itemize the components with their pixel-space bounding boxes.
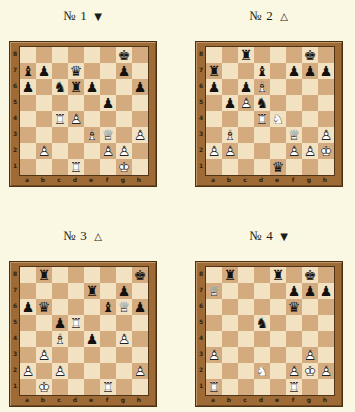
square-d1[interactable]: [254, 379, 270, 395]
square-b2[interactable]: ♙: [222, 143, 238, 159]
square-c3[interactable]: [238, 127, 254, 143]
square-g1[interactable]: [116, 379, 132, 395]
square-a6[interactable]: [206, 299, 222, 315]
square-c6[interactable]: ♟: [238, 79, 254, 95]
square-d8[interactable]: [68, 267, 84, 283]
square-g8[interactable]: ♚: [302, 47, 318, 63]
square-g4[interactable]: ♙: [116, 331, 132, 347]
square-h2[interactable]: ♔: [318, 143, 334, 159]
black-king: ♚: [132, 267, 148, 283]
square-e3[interactable]: [84, 347, 100, 363]
square-g2[interactable]: ♙: [302, 143, 318, 159]
square-d1[interactable]: [254, 159, 270, 175]
square-a3[interactable]: ♙: [206, 347, 222, 363]
rank-label: 7: [197, 282, 205, 298]
square-b8[interactable]: [222, 47, 238, 63]
square-c8[interactable]: ♜: [238, 47, 254, 63]
square-g3[interactable]: ♙: [302, 347, 318, 363]
square-e7[interactable]: ♜: [84, 283, 100, 299]
black-pawn: ♟: [302, 63, 318, 79]
square-c3[interactable]: [238, 347, 254, 363]
white-knight: ♘: [270, 111, 286, 127]
square-b5[interactable]: ♟: [222, 95, 238, 111]
square-d1[interactable]: [68, 379, 84, 395]
square-f1[interactable]: ♖: [100, 379, 116, 395]
square-a2[interactable]: [206, 363, 222, 379]
square-a4[interactable]: [20, 111, 36, 127]
square-c5[interactable]: ♟: [52, 315, 68, 331]
square-e2[interactable]: [270, 363, 286, 379]
rank-label: 2: [11, 362, 19, 378]
square-f6[interactable]: ♛: [286, 299, 302, 315]
square-f3[interactable]: ♕: [286, 127, 302, 143]
black-knight: ♞: [254, 95, 270, 111]
square-g6[interactable]: [302, 79, 318, 95]
square-b1[interactable]: [222, 159, 238, 175]
square-e3[interactable]: ♗: [84, 127, 100, 143]
square-b7[interactable]: [36, 283, 52, 299]
square-a1[interactable]: [206, 159, 222, 175]
square-a4[interactable]: [206, 331, 222, 347]
square-h1[interactable]: [132, 159, 148, 175]
square-b8[interactable]: ♜: [222, 267, 238, 283]
square-d3[interactable]: [254, 127, 270, 143]
square-d3[interactable]: [68, 347, 84, 363]
square-e5[interactable]: [84, 95, 100, 111]
square-g8[interactable]: ♚: [116, 47, 132, 63]
square-c8[interactable]: [238, 267, 254, 283]
square-c4[interactable]: ♗: [52, 331, 68, 347]
square-c1[interactable]: [52, 159, 68, 175]
square-f4[interactable]: [286, 111, 302, 127]
square-g1[interactable]: [302, 159, 318, 175]
square-f2[interactable]: ♙: [100, 143, 116, 159]
square-e4[interactable]: ♘: [270, 111, 286, 127]
square-f7[interactable]: ♟: [286, 283, 302, 299]
square-c5[interactable]: [52, 95, 68, 111]
board-squares: ♜♚♜♟♟♛♝♕♟♟♖♗♟♙♙♙♙♙♔♖: [19, 266, 149, 396]
square-b4[interactable]: [36, 331, 52, 347]
square-h8[interactable]: [132, 47, 148, 63]
square-d5[interactable]: ♖: [68, 315, 84, 331]
rank-label: 7: [197, 62, 205, 78]
rank-label: 5: [11, 94, 19, 110]
square-c4[interactable]: [238, 331, 254, 347]
square-e3[interactable]: [270, 347, 286, 363]
square-h5[interactable]: [318, 95, 334, 111]
square-d2[interactable]: [254, 143, 270, 159]
square-b6[interactable]: ♛: [36, 299, 52, 315]
square-f2[interactable]: [100, 363, 116, 379]
square-a2[interactable]: [20, 143, 36, 159]
square-g7[interactable]: ♟: [302, 283, 318, 299]
square-d7[interactable]: ♛: [68, 63, 84, 79]
square-f8[interactable]: [286, 267, 302, 283]
square-a5[interactable]: [206, 315, 222, 331]
square-f8[interactable]: [100, 267, 116, 283]
square-c8[interactable]: [52, 267, 68, 283]
square-e2[interactable]: [270, 143, 286, 159]
square-e1[interactable]: ♛: [270, 159, 286, 175]
square-d7[interactable]: [254, 283, 270, 299]
square-b6[interactable]: [222, 79, 238, 95]
white-pawn: ♙: [132, 363, 148, 379]
square-h6[interactable]: ♟: [132, 79, 148, 95]
black-pawn: ♟: [206, 79, 222, 95]
square-f3[interactable]: [286, 347, 302, 363]
diagram-4: № 4▼ 87654321abcdefgh♜♜♚♕♟♟♟♛♞♙♙♘♙♔♙♖♖: [195, 229, 343, 407]
square-c1[interactable]: [238, 159, 254, 175]
square-h5[interactable]: [132, 315, 148, 331]
square-f4[interactable]: [286, 331, 302, 347]
square-c2[interactable]: [238, 363, 254, 379]
black-king: ♚: [302, 47, 318, 63]
square-a6[interactable]: ♟: [20, 299, 36, 315]
square-f7[interactable]: ♟: [286, 63, 302, 79]
square-c5[interactable]: ♙: [238, 95, 254, 111]
square-h3[interactable]: [132, 347, 148, 363]
square-g1[interactable]: [302, 379, 318, 395]
square-d1[interactable]: ♖: [68, 159, 84, 175]
square-g8[interactable]: [116, 267, 132, 283]
square-a8[interactable]: [206, 47, 222, 63]
square-g5[interactable]: [116, 95, 132, 111]
square-c4[interactable]: [238, 111, 254, 127]
square-g5[interactable]: [302, 315, 318, 331]
square-c2[interactable]: [52, 143, 68, 159]
rank-label: 3: [11, 346, 19, 362]
square-e4[interactable]: [84, 111, 100, 127]
square-b5[interactable]: [222, 315, 238, 331]
board-squares: ♜♜♚♕♟♟♟♛♞♙♙♘♙♔♙♖♖: [205, 266, 335, 396]
square-f7[interactable]: [100, 283, 116, 299]
square-f2[interactable]: ♙: [286, 363, 302, 379]
square-e8[interactable]: [84, 47, 100, 63]
black-knight: ♞: [254, 315, 270, 331]
white-pawn: ♙: [52, 363, 68, 379]
square-c6[interactable]: [238, 299, 254, 315]
black-pawn: ♟: [116, 283, 132, 299]
square-e6[interactable]: ♟: [84, 79, 100, 95]
square-e2[interactable]: [84, 363, 100, 379]
square-h7[interactable]: ♟: [318, 283, 334, 299]
square-b3[interactable]: [222, 347, 238, 363]
square-h7[interactable]: [132, 63, 148, 79]
square-d7[interactable]: [68, 283, 84, 299]
square-f6[interactable]: [100, 79, 116, 95]
square-e3[interactable]: [270, 127, 286, 143]
square-e1[interactable]: [270, 379, 286, 395]
black-rook: ♜: [68, 79, 84, 95]
square-d8[interactable]: [68, 47, 84, 63]
square-a8[interactable]: [206, 267, 222, 283]
square-e8[interactable]: ♜: [270, 267, 286, 283]
square-d5[interactable]: ♞: [254, 95, 270, 111]
square-a5[interactable]: [20, 95, 36, 111]
square-h5[interactable]: [318, 315, 334, 331]
square-d4[interactable]: ♙: [68, 111, 84, 127]
diagram-2-label: № 2△: [195, 9, 343, 23]
square-d3[interactable]: [254, 347, 270, 363]
square-h3[interactable]: ♙: [318, 127, 334, 143]
square-a1[interactable]: [20, 379, 36, 395]
black-pawn: ♟: [132, 79, 148, 95]
square-h4[interactable]: [132, 111, 148, 127]
square-h6[interactable]: [318, 299, 334, 315]
square-b1[interactable]: [222, 379, 238, 395]
square-h7[interactable]: ♟: [318, 63, 334, 79]
square-c7[interactable]: [52, 283, 68, 299]
square-h6[interactable]: ♟: [132, 299, 148, 315]
square-d8[interactable]: [254, 47, 270, 63]
square-g5[interactable]: [302, 95, 318, 111]
square-g3[interactable]: [116, 347, 132, 363]
black-pawn: ♟: [52, 315, 68, 331]
rank-label: 8: [11, 46, 19, 62]
square-b4[interactable]: [222, 331, 238, 347]
square-e6[interactable]: [84, 299, 100, 315]
square-b8[interactable]: [36, 47, 52, 63]
black-queen: ♛: [68, 63, 84, 79]
square-e1[interactable]: [84, 159, 100, 175]
square-g2[interactable]: [116, 363, 132, 379]
square-d3[interactable]: [68, 127, 84, 143]
square-c2[interactable]: ♙: [52, 363, 68, 379]
square-d4[interactable]: ♖: [254, 111, 270, 127]
square-f4[interactable]: [100, 111, 116, 127]
square-b2[interactable]: [36, 363, 52, 379]
square-c6[interactable]: [52, 299, 68, 315]
square-c6[interactable]: ♞: [52, 79, 68, 95]
square-f6[interactable]: [286, 79, 302, 95]
square-h8[interactable]: [318, 47, 334, 63]
square-d6[interactable]: ♗: [254, 79, 270, 95]
square-f3[interactable]: ♕: [100, 127, 116, 143]
rank-label: 5: [11, 314, 19, 330]
square-f1[interactable]: [100, 159, 116, 175]
square-e1[interactable]: [84, 379, 100, 395]
square-h8[interactable]: [318, 267, 334, 283]
square-h4[interactable]: [132, 331, 148, 347]
square-e8[interactable]: [270, 47, 286, 63]
square-c8[interactable]: [52, 47, 68, 63]
square-b1[interactable]: [36, 159, 52, 175]
square-b4[interactable]: [222, 111, 238, 127]
square-f5[interactable]: [286, 315, 302, 331]
square-a2[interactable]: ♙: [206, 143, 222, 159]
white-rook: ♖: [52, 111, 68, 127]
square-h3[interactable]: ♙: [132, 127, 148, 143]
square-b3[interactable]: ♙: [36, 347, 52, 363]
square-f1[interactable]: [286, 159, 302, 175]
square-a3[interactable]: [206, 127, 222, 143]
square-a7[interactable]: [20, 283, 36, 299]
black-pawn: ♟: [318, 63, 334, 79]
square-g1[interactable]: ♔: [116, 159, 132, 175]
square-a7[interactable]: ♜: [206, 63, 222, 79]
square-d4[interactable]: [254, 331, 270, 347]
square-e2[interactable]: [84, 143, 100, 159]
black-rook: ♜: [206, 63, 222, 79]
square-h4[interactable]: [318, 111, 334, 127]
square-b1[interactable]: ♔: [36, 379, 52, 395]
rank-label: 6: [11, 298, 19, 314]
square-b7[interactable]: [222, 63, 238, 79]
square-f5[interactable]: ♟: [100, 95, 116, 111]
square-c3[interactable]: [52, 127, 68, 143]
square-d4[interactable]: [68, 331, 84, 347]
square-d2[interactable]: [68, 143, 84, 159]
square-f5[interactable]: [286, 95, 302, 111]
square-h3[interactable]: [318, 347, 334, 363]
square-c7[interactable]: [52, 63, 68, 79]
square-g4[interactable]: [116, 111, 132, 127]
square-b2[interactable]: [222, 363, 238, 379]
white-pawn: ♙: [286, 143, 302, 159]
square-g3[interactable]: [116, 127, 132, 143]
square-g2[interactable]: ♙: [116, 143, 132, 159]
square-g6[interactable]: [302, 299, 318, 315]
square-d2[interactable]: [68, 363, 84, 379]
square-h1[interactable]: [318, 159, 334, 175]
square-f2[interactable]: ♙: [286, 143, 302, 159]
square-g4[interactable]: [302, 331, 318, 347]
square-d5[interactable]: [68, 95, 84, 111]
square-d6[interactable]: [68, 299, 84, 315]
square-c7[interactable]: [238, 283, 254, 299]
square-a8[interactable]: [20, 267, 36, 283]
square-b5[interactable]: [36, 95, 52, 111]
square-a5[interactable]: [206, 95, 222, 111]
square-b7[interactable]: ♟: [36, 63, 52, 79]
white-king: ♔: [36, 379, 52, 395]
square-d6[interactable]: ♜: [68, 79, 84, 95]
square-e7[interactable]: [84, 63, 100, 79]
square-h2[interactable]: ♙: [132, 363, 148, 379]
square-h8[interactable]: ♚: [132, 267, 148, 283]
square-h7[interactable]: [132, 283, 148, 299]
square-c5[interactable]: [238, 315, 254, 331]
square-e5[interactable]: [84, 315, 100, 331]
square-c1[interactable]: [238, 379, 254, 395]
rank-label: 1: [197, 158, 205, 174]
square-g7[interactable]: ♟: [116, 63, 132, 79]
square-g4[interactable]: [302, 111, 318, 127]
square-b6[interactable]: [222, 299, 238, 315]
square-f7[interactable]: [100, 63, 116, 79]
square-g2[interactable]: ♔: [302, 363, 318, 379]
black-bishop: ♝: [100, 299, 116, 315]
square-h2[interactable]: ♙: [318, 363, 334, 379]
square-b3[interactable]: ♗: [222, 127, 238, 143]
square-a7[interactable]: ♝: [20, 63, 36, 79]
square-b5[interactable]: [36, 315, 52, 331]
square-e5[interactable]: [270, 315, 286, 331]
square-c2[interactable]: [238, 143, 254, 159]
square-a1[interactable]: [20, 159, 36, 175]
white-knight: ♘: [254, 363, 270, 379]
square-d6[interactable]: [254, 299, 270, 315]
square-h5[interactable]: [132, 95, 148, 111]
square-c1[interactable]: [52, 379, 68, 395]
square-d7[interactable]: ♝: [254, 63, 270, 79]
square-b8[interactable]: ♜: [36, 267, 52, 283]
square-h2[interactable]: [132, 143, 148, 159]
square-g7[interactable]: ♟: [302, 63, 318, 79]
square-a5[interactable]: [20, 315, 36, 331]
square-a8[interactable]: [20, 47, 36, 63]
square-c7[interactable]: [238, 63, 254, 79]
square-d5[interactable]: ♞: [254, 315, 270, 331]
square-b7[interactable]: [222, 283, 238, 299]
square-b6[interactable]: [36, 79, 52, 95]
square-g8[interactable]: ♚: [302, 267, 318, 283]
square-f3[interactable]: [100, 347, 116, 363]
square-a1[interactable]: ♖: [206, 379, 222, 395]
square-f8[interactable]: [100, 47, 116, 63]
square-c3[interactable]: [52, 347, 68, 363]
square-g7[interactable]: ♟: [116, 283, 132, 299]
square-c4[interactable]: ♖: [52, 111, 68, 127]
square-f4[interactable]: [100, 331, 116, 347]
rank-label: 1: [11, 378, 19, 394]
square-b4[interactable]: [36, 111, 52, 127]
white-queen: ♕: [100, 127, 116, 143]
to-move-indicator: △: [94, 231, 102, 242]
square-h1[interactable]: [318, 379, 334, 395]
square-g6[interactable]: ♕: [116, 299, 132, 315]
square-a2[interactable]: ♙: [20, 363, 36, 379]
square-e6[interactable]: [270, 299, 286, 315]
square-b3[interactable]: [36, 127, 52, 143]
square-a6[interactable]: ♟: [20, 79, 36, 95]
square-e7[interactable]: [270, 63, 286, 79]
diagram-number: № 1: [64, 8, 88, 23]
square-h1[interactable]: [132, 379, 148, 395]
square-a7[interactable]: ♕: [206, 283, 222, 299]
square-a4[interactable]: [206, 111, 222, 127]
square-f8[interactable]: [286, 47, 302, 63]
square-d8[interactable]: [254, 267, 270, 283]
square-e4[interactable]: [270, 331, 286, 347]
square-e4[interactable]: ♟: [84, 331, 100, 347]
square-a3[interactable]: [20, 127, 36, 143]
black-pawn: ♟: [116, 63, 132, 79]
square-a3[interactable]: [20, 347, 36, 363]
rank-label: 2: [11, 142, 19, 158]
square-e7[interactable]: [270, 283, 286, 299]
square-e6[interactable]: [270, 79, 286, 95]
white-king: ♔: [318, 143, 334, 159]
square-g3[interactable]: [302, 127, 318, 143]
square-d2[interactable]: ♘: [254, 363, 270, 379]
square-b2[interactable]: ♙: [36, 143, 52, 159]
white-pawn: ♙: [238, 95, 254, 111]
square-a6[interactable]: ♟: [206, 79, 222, 95]
square-f5[interactable]: [100, 315, 116, 331]
square-g6[interactable]: [116, 79, 132, 95]
square-f6[interactable]: ♝: [100, 299, 116, 315]
square-e8[interactable]: [84, 267, 100, 283]
black-king: ♚: [116, 47, 132, 63]
square-a4[interactable]: [20, 331, 36, 347]
square-f1[interactable]: ♖: [286, 379, 302, 395]
square-h6[interactable]: [318, 79, 334, 95]
square-e5[interactable]: [270, 95, 286, 111]
board-squares: ♚♝♟♛♟♟♞♜♟♟♟♖♙♗♕♙♙♙♙♖♔: [19, 46, 149, 176]
square-g5[interactable]: [116, 315, 132, 331]
square-h4[interactable]: [318, 331, 334, 347]
